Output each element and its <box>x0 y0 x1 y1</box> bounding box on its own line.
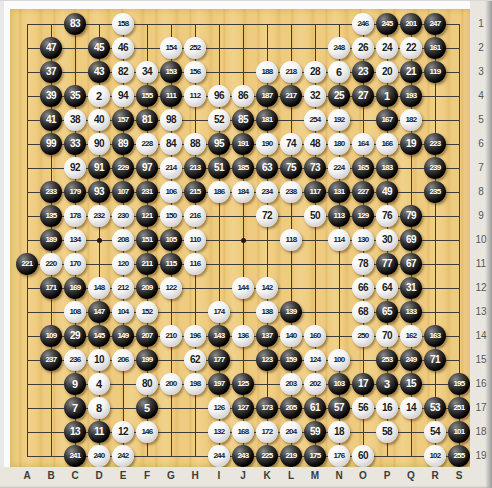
stone-white-116: 116 <box>184 253 206 275</box>
stone-white-14: 14 <box>400 397 422 419</box>
stone-black-137: 137 <box>256 325 278 347</box>
stone-white-66: 66 <box>352 277 374 299</box>
stone-black-113: 113 <box>328 205 350 227</box>
stone-white-6: 6 <box>328 61 350 83</box>
stone-white-54: 54 <box>424 421 446 443</box>
stone-black-159: 159 <box>280 349 302 371</box>
stone-white-150: 150 <box>160 205 182 227</box>
stone-black-183: 183 <box>376 157 398 179</box>
stone-black-7: 7 <box>64 397 86 419</box>
stone-black-29: 29 <box>64 325 86 347</box>
stone-black-85: 85 <box>232 109 254 131</box>
stone-white-56: 56 <box>352 397 374 419</box>
stone-white-154: 154 <box>160 37 182 59</box>
stone-black-79: 79 <box>400 205 422 227</box>
stone-black-111: 111 <box>160 85 182 107</box>
stone-white-248: 248 <box>328 37 350 59</box>
stone-white-50: 50 <box>304 205 326 227</box>
stone-white-200: 200 <box>160 373 182 395</box>
stone-white-34: 34 <box>136 61 158 83</box>
stone-black-253: 253 <box>376 349 398 371</box>
column-label-A: A <box>15 470 39 486</box>
stone-black-207: 207 <box>136 325 158 347</box>
column-label-R: R <box>423 470 447 486</box>
stone-black-243: 243 <box>232 445 254 467</box>
stone-black-65: 65 <box>376 301 398 323</box>
stone-black-47: 47 <box>40 37 62 59</box>
column-label-I: I <box>207 470 231 486</box>
stone-white-112: 112 <box>184 85 206 107</box>
column-label-F: F <box>135 470 159 486</box>
stone-white-176: 176 <box>328 445 350 467</box>
stone-white-12: 12 <box>112 421 134 443</box>
stone-white-108: 108 <box>64 301 86 323</box>
stone-black-83: 83 <box>64 13 86 35</box>
stone-black-25: 25 <box>328 85 350 107</box>
stone-black-71: 71 <box>424 349 446 371</box>
stone-white-72: 72 <box>256 205 278 227</box>
stone-white-198: 198 <box>184 373 206 395</box>
stone-black-235: 235 <box>424 181 446 203</box>
stone-black-247: 247 <box>424 13 446 35</box>
stone-white-138: 138 <box>256 301 278 323</box>
column-label-L: L <box>279 470 303 486</box>
stone-black-165: 165 <box>352 157 374 179</box>
stone-white-22: 22 <box>400 37 422 59</box>
stone-black-221: 221 <box>16 253 38 275</box>
stone-white-230: 230 <box>112 205 134 227</box>
stone-black-35: 35 <box>64 85 86 107</box>
stone-white-162: 162 <box>400 325 422 347</box>
stone-black-135: 135 <box>40 205 62 227</box>
stone-white-142: 142 <box>256 277 278 299</box>
stone-white-4: 4 <box>88 373 110 395</box>
stone-white-96: 96 <box>208 85 230 107</box>
stone-black-37: 37 <box>40 61 62 83</box>
stone-white-208: 208 <box>112 229 134 251</box>
stone-black-181: 181 <box>256 109 278 131</box>
stone-black-155: 155 <box>136 85 158 107</box>
stone-black-179: 179 <box>64 181 86 203</box>
stone-black-43: 43 <box>88 61 110 83</box>
stone-white-152: 152 <box>136 301 158 323</box>
stone-white-48: 48 <box>304 133 326 155</box>
stone-black-185: 185 <box>232 157 254 179</box>
stone-white-178: 178 <box>64 205 86 227</box>
stone-white-180: 180 <box>328 133 350 155</box>
stone-black-23: 23 <box>352 61 374 83</box>
stone-black-139: 139 <box>280 301 302 323</box>
stone-black-3: 3 <box>376 373 398 395</box>
stone-black-205: 205 <box>280 397 302 419</box>
stone-white-166: 166 <box>376 133 398 155</box>
stone-black-69: 69 <box>400 229 422 251</box>
stone-black-169: 169 <box>64 277 86 299</box>
stone-black-189: 189 <box>40 229 62 251</box>
stone-white-160: 160 <box>304 325 326 347</box>
stone-black-13: 13 <box>64 421 86 443</box>
stone-white-242: 242 <box>112 445 134 467</box>
stone-white-216: 216 <box>184 205 206 227</box>
stone-white-202: 202 <box>304 373 326 395</box>
stone-black-89: 89 <box>112 133 134 155</box>
stone-white-174: 174 <box>208 301 230 323</box>
stone-white-158: 158 <box>112 13 134 35</box>
stone-black-63: 63 <box>256 157 278 179</box>
stone-white-52: 52 <box>208 109 230 131</box>
column-label-O: O <box>351 470 375 486</box>
stone-white-220: 220 <box>40 253 62 275</box>
stone-black-123: 123 <box>256 349 278 371</box>
stone-white-62: 62 <box>184 349 206 371</box>
stone-black-145: 145 <box>88 325 110 347</box>
stone-black-91: 91 <box>88 157 110 179</box>
stone-black-93: 93 <box>88 181 110 203</box>
stone-white-106: 106 <box>160 181 182 203</box>
stone-white-210: 210 <box>160 325 182 347</box>
stone-black-211: 211 <box>136 253 158 275</box>
stone-white-32: 32 <box>304 85 326 107</box>
stone-white-68: 68 <box>352 301 374 323</box>
stone-black-171: 171 <box>40 277 62 299</box>
stone-white-188: 188 <box>256 61 278 83</box>
stone-white-84: 84 <box>160 133 182 155</box>
stone-black-45: 45 <box>88 37 110 59</box>
stone-black-195: 195 <box>448 373 470 395</box>
stone-black-157: 157 <box>112 109 134 131</box>
stone-black-229: 229 <box>112 157 134 179</box>
stone-white-156: 156 <box>184 61 206 83</box>
stone-black-161: 161 <box>424 37 446 59</box>
stone-white-10: 10 <box>88 349 110 371</box>
column-label-M: M <box>303 470 327 486</box>
stone-white-102: 102 <box>424 445 446 467</box>
stone-white-132: 132 <box>208 421 230 443</box>
stone-white-118: 118 <box>280 229 302 251</box>
stone-white-24: 24 <box>376 37 398 59</box>
stone-black-231: 231 <box>136 181 158 203</box>
window-right-edge <box>485 1 492 488</box>
stone-black-73: 73 <box>304 157 326 179</box>
stone-black-99: 99 <box>40 133 62 155</box>
stone-black-61: 61 <box>304 397 326 419</box>
stone-white-2: 2 <box>88 85 110 107</box>
stone-black-27: 27 <box>352 85 374 107</box>
stone-black-53: 53 <box>424 397 446 419</box>
stone-black-143: 143 <box>208 325 230 347</box>
stone-black-15: 15 <box>400 373 422 395</box>
stone-black-75: 75 <box>280 157 302 179</box>
stone-white-146: 146 <box>136 421 158 443</box>
stone-white-246: 246 <box>352 13 374 35</box>
stone-white-218: 218 <box>280 61 302 83</box>
stone-black-115: 115 <box>160 253 182 275</box>
stone-black-33: 33 <box>64 133 86 155</box>
stone-white-94: 94 <box>112 85 134 107</box>
stone-white-26: 26 <box>352 37 374 59</box>
stone-black-217: 217 <box>280 85 302 107</box>
column-label-E: E <box>111 470 135 486</box>
column-label-Q: Q <box>399 470 423 486</box>
stone-white-86: 86 <box>232 85 254 107</box>
stone-white-8: 8 <box>88 397 110 419</box>
stone-white-78: 78 <box>352 253 374 275</box>
stone-black-81: 81 <box>136 109 158 131</box>
stone-white-250: 250 <box>352 325 374 347</box>
stone-white-164: 164 <box>352 133 374 155</box>
stone-white-92: 92 <box>64 157 86 179</box>
grid-line-vertical <box>435 24 436 457</box>
stone-white-172: 172 <box>256 421 278 443</box>
stone-white-20: 20 <box>376 61 398 83</box>
stone-white-110: 110 <box>184 229 206 251</box>
star-point <box>97 238 102 243</box>
stone-black-131: 131 <box>328 181 350 203</box>
stone-black-31: 31 <box>400 277 422 299</box>
stone-white-204: 204 <box>280 421 302 443</box>
stone-white-136: 136 <box>232 325 254 347</box>
stone-black-11: 11 <box>88 421 110 443</box>
go-board[interactable]: 8315824624520124747454615425224826242216… <box>10 9 470 467</box>
stone-white-144: 144 <box>232 277 254 299</box>
stone-black-51: 51 <box>208 157 230 179</box>
stone-black-39: 39 <box>40 85 62 107</box>
stone-white-196: 196 <box>184 325 206 347</box>
star-point <box>241 238 246 243</box>
stone-black-219: 219 <box>280 445 302 467</box>
stone-black-199: 199 <box>136 349 158 371</box>
stone-black-117: 117 <box>304 181 326 203</box>
window-left-edge <box>0 1 4 488</box>
stone-white-238: 238 <box>280 181 302 203</box>
stone-white-18: 18 <box>328 421 350 443</box>
stone-white-80: 80 <box>136 373 158 395</box>
stone-white-214: 214 <box>160 157 182 179</box>
column-label-G: G <box>159 470 183 486</box>
stone-black-241: 241 <box>64 445 86 467</box>
column-label-J: J <box>231 470 255 486</box>
stone-black-153: 153 <box>160 61 182 83</box>
column-label-C: C <box>63 470 87 486</box>
stone-white-74: 74 <box>280 133 302 155</box>
stone-black-133: 133 <box>400 301 422 323</box>
stone-black-151: 151 <box>136 229 158 251</box>
stone-black-193: 193 <box>400 85 422 107</box>
stone-white-182: 182 <box>400 109 422 131</box>
stone-white-100: 100 <box>328 349 350 371</box>
stone-black-127: 127 <box>232 397 254 419</box>
column-label-D: D <box>87 470 111 486</box>
stone-black-49: 49 <box>376 181 398 203</box>
stone-white-58: 58 <box>376 421 398 443</box>
stone-black-149: 149 <box>112 325 134 347</box>
column-label-H: H <box>183 470 207 486</box>
stone-white-232: 232 <box>88 205 110 227</box>
stone-black-125: 125 <box>232 373 254 395</box>
stone-white-120: 120 <box>112 253 134 275</box>
stone-black-227: 227 <box>352 181 374 203</box>
stone-black-1: 1 <box>376 85 398 107</box>
stone-black-107: 107 <box>112 181 134 203</box>
stone-white-60: 60 <box>352 445 374 467</box>
stone-white-254: 254 <box>304 109 326 131</box>
stone-black-177: 177 <box>208 349 230 371</box>
stone-black-17: 17 <box>352 373 374 395</box>
stone-black-121: 121 <box>136 205 158 227</box>
column-label-N: N <box>327 470 351 486</box>
stone-black-239: 239 <box>424 157 446 179</box>
stone-white-130: 130 <box>352 229 374 251</box>
stone-white-114: 114 <box>328 229 350 251</box>
stone-black-103: 103 <box>328 373 350 395</box>
stone-black-251: 251 <box>448 397 470 419</box>
stone-white-184: 184 <box>232 181 254 203</box>
column-label-K: K <box>255 470 279 486</box>
stone-black-57: 57 <box>328 397 350 419</box>
stone-black-223: 223 <box>424 133 446 155</box>
stone-black-97: 97 <box>136 157 158 179</box>
stone-white-240: 240 <box>88 445 110 467</box>
stone-white-148: 148 <box>88 277 110 299</box>
stone-black-41: 41 <box>40 109 62 131</box>
stone-black-5: 5 <box>136 397 158 419</box>
stone-white-234: 234 <box>256 181 278 203</box>
stone-white-140: 140 <box>280 325 302 347</box>
stone-black-119: 119 <box>424 61 446 83</box>
stone-white-212: 212 <box>112 277 134 299</box>
stone-black-163: 163 <box>424 325 446 347</box>
stone-black-147: 147 <box>88 301 110 323</box>
stone-white-190: 190 <box>256 133 278 155</box>
stone-black-197: 197 <box>208 373 230 395</box>
stone-white-82: 82 <box>112 61 134 83</box>
kifu-viewer-window: 8315824624520124747454615425224826242216… <box>0 0 492 488</box>
stone-white-46: 46 <box>112 37 134 59</box>
stone-white-40: 40 <box>88 109 110 131</box>
stone-black-77: 77 <box>376 253 398 275</box>
stone-black-249: 249 <box>400 349 422 371</box>
stone-black-19: 19 <box>400 133 422 155</box>
stone-white-70: 70 <box>376 325 398 347</box>
stone-black-95: 95 <box>208 133 230 155</box>
stone-white-186: 186 <box>208 181 230 203</box>
stone-black-187: 187 <box>256 85 278 107</box>
stone-white-88: 88 <box>184 133 206 155</box>
stone-white-90: 90 <box>88 133 110 155</box>
stone-black-175: 175 <box>304 445 326 467</box>
stone-black-255: 255 <box>448 445 470 467</box>
column-label-S: S <box>447 470 471 486</box>
stone-black-21: 21 <box>400 61 422 83</box>
stone-black-209: 209 <box>136 277 158 299</box>
column-label-B: B <box>39 470 63 486</box>
stone-black-225: 225 <box>256 445 278 467</box>
stone-white-228: 228 <box>136 133 158 155</box>
stone-black-213: 213 <box>184 157 206 179</box>
stone-white-104: 104 <box>112 301 134 323</box>
stone-black-245: 245 <box>376 13 398 35</box>
stone-white-252: 252 <box>184 37 206 59</box>
stone-white-192: 192 <box>328 109 350 131</box>
stone-white-126: 126 <box>208 397 230 419</box>
stone-white-170: 170 <box>64 253 86 275</box>
stone-white-76: 76 <box>376 205 398 227</box>
stone-white-64: 64 <box>376 277 398 299</box>
stone-black-67: 67 <box>400 253 422 275</box>
stone-black-191: 191 <box>232 133 254 155</box>
stone-white-236: 236 <box>64 349 86 371</box>
stone-black-167: 167 <box>376 109 398 131</box>
stone-white-28: 28 <box>304 61 326 83</box>
stone-white-168: 168 <box>232 421 254 443</box>
stone-black-173: 173 <box>256 397 278 419</box>
stone-white-124: 124 <box>304 349 326 371</box>
stone-black-9: 9 <box>64 373 86 395</box>
stone-black-233: 233 <box>40 181 62 203</box>
stone-black-105: 105 <box>160 229 182 251</box>
stone-white-134: 134 <box>64 229 86 251</box>
stone-white-16: 16 <box>376 397 398 419</box>
stone-white-203: 203 <box>280 373 302 395</box>
stone-black-101: 101 <box>448 421 470 443</box>
stone-black-237: 237 <box>40 349 62 371</box>
stone-white-30: 30 <box>376 229 398 251</box>
stone-white-206: 206 <box>112 349 134 371</box>
stone-black-215: 215 <box>184 181 206 203</box>
stone-black-59: 59 <box>304 421 326 443</box>
stone-white-122: 122 <box>160 277 182 299</box>
stone-black-109: 109 <box>40 325 62 347</box>
stone-white-38: 38 <box>64 109 86 131</box>
stone-black-129: 129 <box>352 205 374 227</box>
column-label-P: P <box>375 470 399 486</box>
stone-white-244: 244 <box>208 445 230 467</box>
stone-white-98: 98 <box>160 109 182 131</box>
stone-black-201: 201 <box>400 13 422 35</box>
column-labels-strip: ABCDEFGHIJKLMNOPQRS <box>0 467 492 488</box>
stone-white-224: 224 <box>328 157 350 179</box>
